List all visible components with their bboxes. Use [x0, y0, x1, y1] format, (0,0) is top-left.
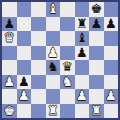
square-a3[interactable]: ♟: [2, 75, 17, 90]
square-e4[interactable]: ♛: [60, 60, 75, 75]
piece-black-bishop[interactable]: ♝: [76, 31, 88, 45]
square-a7[interactable]: ♟: [2, 17, 17, 32]
square-e7[interactable]: [60, 17, 75, 32]
square-e5[interactable]: [60, 46, 75, 61]
square-c2[interactable]: [31, 89, 46, 104]
square-d4[interactable]: ♞: [46, 60, 61, 75]
piece-black-pawn[interactable]: ♟: [76, 46, 88, 60]
square-a1[interactable]: ♚: [2, 104, 17, 119]
square-c3[interactable]: [31, 75, 46, 90]
square-d1[interactable]: ♜: [46, 104, 61, 119]
piece-white-queen[interactable]: ♛: [3, 31, 15, 45]
square-d5[interactable]: ♟: [46, 46, 61, 61]
square-f1[interactable]: [75, 104, 90, 119]
square-g1[interactable]: ♜: [89, 104, 104, 119]
chess-board-frame: ♝♚♟♜♟♟♛♝♟♟♞♛♟♟♞♟♟♟♚♜♜: [0, 0, 120, 120]
square-b8[interactable]: [17, 2, 32, 17]
square-h3[interactable]: [104, 75, 119, 90]
piece-white-pawn[interactable]: ♟: [47, 46, 59, 60]
piece-white-pawn[interactable]: ♟: [105, 89, 117, 103]
piece-white-pawn[interactable]: ♟: [18, 89, 30, 103]
square-e1[interactable]: [60, 104, 75, 119]
square-f4[interactable]: [75, 60, 90, 75]
square-g4[interactable]: [89, 60, 104, 75]
square-f5[interactable]: ♟: [75, 46, 90, 61]
square-d8[interactable]: ♝: [46, 2, 61, 17]
square-g3[interactable]: [89, 75, 104, 90]
square-g2[interactable]: [89, 89, 104, 104]
piece-white-bishop[interactable]: ♝: [47, 2, 59, 16]
square-c6[interactable]: [31, 31, 46, 46]
square-a8[interactable]: [2, 2, 17, 17]
square-f8[interactable]: [75, 2, 90, 17]
square-f2[interactable]: ♟: [75, 89, 90, 104]
square-f6[interactable]: ♝: [75, 31, 90, 46]
piece-black-king[interactable]: ♚: [90, 2, 102, 16]
square-g7[interactable]: ♟: [89, 17, 104, 32]
square-b1[interactable]: [17, 104, 32, 119]
square-f3[interactable]: [75, 75, 90, 90]
piece-white-king[interactable]: ♚: [3, 104, 15, 118]
square-h2[interactable]: ♟: [104, 89, 119, 104]
square-b6[interactable]: [17, 31, 32, 46]
square-h6[interactable]: [104, 31, 119, 46]
square-b3[interactable]: ♟: [17, 75, 32, 90]
piece-white-pawn[interactable]: ♟: [3, 75, 15, 89]
piece-white-rook[interactable]: ♜: [47, 104, 59, 118]
square-c7[interactable]: [31, 17, 46, 32]
piece-black-pawn[interactable]: ♟: [18, 75, 30, 89]
square-e6[interactable]: [60, 31, 75, 46]
square-a6[interactable]: ♛: [2, 31, 17, 46]
square-g6[interactable]: [89, 31, 104, 46]
square-h5[interactable]: [104, 46, 119, 61]
square-h7[interactable]: ♟: [104, 17, 119, 32]
square-g5[interactable]: [89, 46, 104, 61]
square-c4[interactable]: [31, 60, 46, 75]
piece-black-pawn[interactable]: ♟: [3, 17, 15, 31]
piece-black-pawn[interactable]: ♟: [90, 17, 102, 31]
square-a2[interactable]: [2, 89, 17, 104]
square-b7[interactable]: [17, 17, 32, 32]
square-b4[interactable]: [17, 60, 32, 75]
square-c1[interactable]: [31, 104, 46, 119]
square-h1[interactable]: [104, 104, 119, 119]
square-d2[interactable]: [46, 89, 61, 104]
square-a5[interactable]: [2, 46, 17, 61]
square-e2[interactable]: [60, 89, 75, 104]
piece-black-queen[interactable]: ♛: [61, 60, 73, 74]
square-e3[interactable]: ♞: [60, 75, 75, 90]
piece-white-knight[interactable]: ♞: [61, 75, 73, 89]
square-d6[interactable]: [46, 31, 61, 46]
piece-white-pawn[interactable]: ♟: [76, 89, 88, 103]
square-f7[interactable]: ♜: [75, 17, 90, 32]
piece-black-knight[interactable]: ♞: [47, 60, 59, 74]
square-b2[interactable]: ♟: [17, 89, 32, 104]
chess-board: ♝♚♟♜♟♟♛♝♟♟♞♛♟♟♞♟♟♟♚♜♜: [2, 2, 118, 118]
square-h4[interactable]: [104, 60, 119, 75]
square-a4[interactable]: [2, 60, 17, 75]
piece-black-pawn[interactable]: ♟: [105, 17, 117, 31]
square-d3[interactable]: [46, 75, 61, 90]
square-g8[interactable]: ♚: [89, 2, 104, 17]
square-c8[interactable]: [31, 2, 46, 17]
square-c5[interactable]: [31, 46, 46, 61]
square-h8[interactable]: [104, 2, 119, 17]
piece-white-rook[interactable]: ♜: [90, 104, 102, 118]
square-b5[interactable]: [17, 46, 32, 61]
piece-black-rook[interactable]: ♜: [76, 17, 88, 31]
square-d7[interactable]: [46, 17, 61, 32]
square-e8[interactable]: [60, 2, 75, 17]
